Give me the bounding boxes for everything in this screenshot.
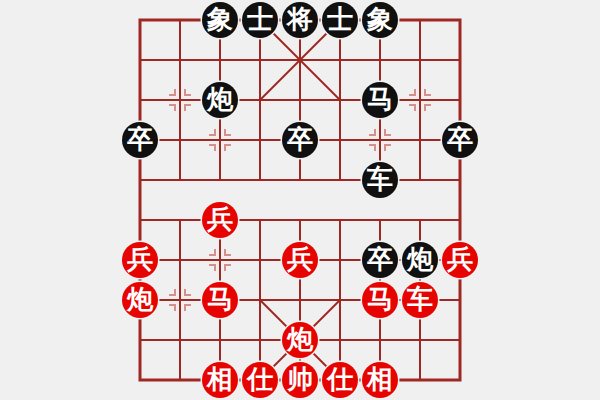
piece-red-horse[interactable]: 马 [362, 282, 398, 318]
piece-red-elephant[interactable]: 相 [202, 362, 238, 398]
piece-black-advisor[interactable]: 士 [242, 2, 278, 38]
piece-black-advisor[interactable]: 士 [322, 2, 358, 38]
piece-red-advisor[interactable]: 仕 [242, 362, 278, 398]
piece-black-soldier[interactable]: 卒 [442, 122, 478, 158]
piece-red-soldier[interactable]: 兵 [202, 202, 238, 238]
piece-black-general[interactable]: 将 [282, 2, 318, 38]
piece-black-soldier[interactable]: 卒 [362, 242, 398, 278]
piece-red-chariot[interactable]: 车 [402, 282, 438, 318]
piece-red-general[interactable]: 帅 [282, 362, 318, 398]
piece-red-soldier[interactable]: 兵 [122, 242, 158, 278]
piece-red-horse[interactable]: 马 [202, 282, 238, 318]
piece-red-cannon[interactable]: 炮 [122, 282, 158, 318]
piece-black-soldier[interactable]: 卒 [122, 122, 158, 158]
piece-black-elephant[interactable]: 象 [362, 2, 398, 38]
piece-black-cannon[interactable]: 炮 [402, 242, 438, 278]
piece-red-elephant[interactable]: 相 [362, 362, 398, 398]
piece-red-soldier[interactable]: 兵 [442, 242, 478, 278]
piece-black-chariot[interactable]: 车 [362, 162, 398, 198]
piece-red-soldier[interactable]: 兵 [282, 242, 318, 278]
piece-black-soldier[interactable]: 卒 [282, 122, 318, 158]
piece-red-advisor[interactable]: 仕 [322, 362, 358, 398]
piece-black-horse[interactable]: 马 [362, 82, 398, 118]
piece-black-elephant[interactable]: 象 [202, 2, 238, 38]
piece-black-cannon[interactable]: 炮 [202, 82, 238, 118]
xiangqi-board[interactable]: 象士将士象炮马卒卒卒车兵兵兵卒炮兵炮马马车炮相仕帅仕相 [0, 0, 600, 400]
piece-red-cannon[interactable]: 炮 [282, 322, 318, 358]
